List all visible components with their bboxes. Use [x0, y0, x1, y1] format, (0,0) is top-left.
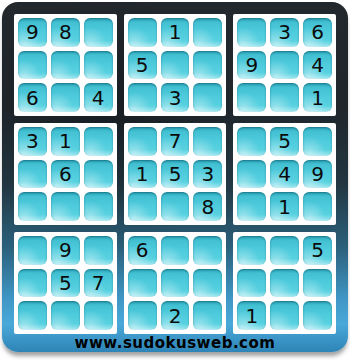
cell-r9c3[interactable]: [84, 301, 113, 330]
cell-r3c1[interactable]: 6: [18, 83, 47, 112]
cell-r1c9[interactable]: 6: [303, 18, 332, 47]
cell-r7c8[interactable]: [270, 236, 299, 265]
cell-r8c9[interactable]: [303, 269, 332, 298]
cell-r6c1[interactable]: [18, 192, 47, 221]
cell-r1c1[interactable]: 9: [18, 18, 47, 47]
cell-r5c8[interactable]: 4: [270, 160, 299, 189]
cell-r7c3[interactable]: [84, 236, 113, 265]
cell-r2c6[interactable]: [193, 51, 222, 80]
cell-r7c7[interactable]: [237, 236, 266, 265]
cell-r2c4[interactable]: 5: [128, 51, 157, 80]
box-r2c3: 5491: [233, 123, 336, 225]
cell-r3c8[interactable]: [270, 83, 299, 112]
cell-r3c9[interactable]: 1: [303, 83, 332, 112]
cell-r8c4[interactable]: [128, 269, 157, 298]
cell-r7c1[interactable]: [18, 236, 47, 265]
cell-r1c3[interactable]: [84, 18, 113, 47]
website-url[interactable]: www.sudokusweb.com: [75, 334, 276, 352]
box-r3c2: 62: [124, 232, 227, 334]
cell-r6c9[interactable]: [303, 192, 332, 221]
cell-r3c2[interactable]: [51, 83, 80, 112]
cell-r5c3[interactable]: [84, 160, 113, 189]
cell-r9c5[interactable]: 2: [161, 301, 190, 330]
cell-r4c2[interactable]: 1: [51, 127, 80, 156]
box-r3c3: 51: [233, 232, 336, 334]
cell-r3c3[interactable]: 4: [84, 83, 113, 112]
cell-r3c4[interactable]: [128, 83, 157, 112]
cell-r6c8[interactable]: 1: [270, 192, 299, 221]
cell-r3c5[interactable]: 3: [161, 83, 190, 112]
cell-r2c2[interactable]: [51, 51, 80, 80]
cell-r9c7[interactable]: 1: [237, 301, 266, 330]
cell-r4c7[interactable]: [237, 127, 266, 156]
sudoku-board: 9864153369413167153854919576251 www.sudo…: [2, 2, 348, 352]
cell-r8c1[interactable]: [18, 269, 47, 298]
cell-r1c6[interactable]: [193, 18, 222, 47]
cell-r8c3[interactable]: 7: [84, 269, 113, 298]
cell-r4c5[interactable]: 7: [161, 127, 190, 156]
cell-r2c7[interactable]: 9: [237, 51, 266, 80]
cell-r5c5[interactable]: 5: [161, 160, 190, 189]
cell-r6c4[interactable]: [128, 192, 157, 221]
cell-r9c4[interactable]: [128, 301, 157, 330]
cell-r9c9[interactable]: [303, 301, 332, 330]
cell-r9c1[interactable]: [18, 301, 47, 330]
cell-r6c3[interactable]: [84, 192, 113, 221]
cell-r7c4[interactable]: 6: [128, 236, 157, 265]
cell-r4c3[interactable]: [84, 127, 113, 156]
cell-r9c2[interactable]: [51, 301, 80, 330]
cell-r7c2[interactable]: 9: [51, 236, 80, 265]
cell-r4c4[interactable]: [128, 127, 157, 156]
cell-r7c6[interactable]: [193, 236, 222, 265]
cell-r5c7[interactable]: [237, 160, 266, 189]
cell-r4c1[interactable]: 3: [18, 127, 47, 156]
box-r2c1: 316: [14, 123, 117, 225]
cell-r1c7[interactable]: [237, 18, 266, 47]
cell-r1c2[interactable]: 8: [51, 18, 80, 47]
cell-r5c1[interactable]: [18, 160, 47, 189]
cell-r3c6[interactable]: [193, 83, 222, 112]
box-r1c3: 36941: [233, 14, 336, 116]
cell-r2c8[interactable]: [270, 51, 299, 80]
cell-r8c7[interactable]: [237, 269, 266, 298]
cell-r2c3[interactable]: [84, 51, 113, 80]
cell-r8c2[interactable]: 5: [51, 269, 80, 298]
cell-r8c5[interactable]: [161, 269, 190, 298]
cell-r3c7[interactable]: [237, 83, 266, 112]
sudoku-grid: 9864153369413167153854919576251: [14, 14, 336, 334]
cell-r4c6[interactable]: [193, 127, 222, 156]
cell-r6c2[interactable]: [51, 192, 80, 221]
cell-r5c9[interactable]: 9: [303, 160, 332, 189]
box-r1c2: 153: [124, 14, 227, 116]
cell-r5c6[interactable]: 3: [193, 160, 222, 189]
cell-r5c4[interactable]: 1: [128, 160, 157, 189]
cell-r9c8[interactable]: [270, 301, 299, 330]
cell-r2c9[interactable]: 4: [303, 51, 332, 80]
cell-r5c2[interactable]: 6: [51, 160, 80, 189]
cell-r8c8[interactable]: [270, 269, 299, 298]
cell-r1c4[interactable]: [128, 18, 157, 47]
cell-r4c9[interactable]: [303, 127, 332, 156]
box-r3c1: 957: [14, 232, 117, 334]
cell-r1c5[interactable]: 1: [161, 18, 190, 47]
cell-r7c9[interactable]: 5: [303, 236, 332, 265]
cell-r6c6[interactable]: 8: [193, 192, 222, 221]
cell-r6c7[interactable]: [237, 192, 266, 221]
cell-r1c8[interactable]: 3: [270, 18, 299, 47]
cell-r7c5[interactable]: [161, 236, 190, 265]
footer-bar: www.sudokusweb.com: [2, 333, 348, 352]
sudoku-page: 9864153369413167153854919576251 www.sudo…: [0, 0, 350, 360]
cell-r9c6[interactable]: [193, 301, 222, 330]
cell-r6c5[interactable]: [161, 192, 190, 221]
box-r2c2: 71538: [124, 123, 227, 225]
box-r1c1: 9864: [14, 14, 117, 116]
cell-r2c1[interactable]: [18, 51, 47, 80]
cell-r2c5[interactable]: [161, 51, 190, 80]
cell-r4c8[interactable]: 5: [270, 127, 299, 156]
cell-r8c6[interactable]: [193, 269, 222, 298]
